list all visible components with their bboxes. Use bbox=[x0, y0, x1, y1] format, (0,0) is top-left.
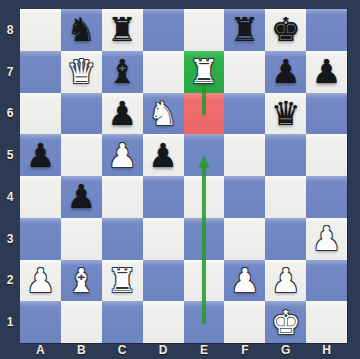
square-b1[interactable] bbox=[61, 301, 102, 343]
chess-board-panel: 87654321 ♞♜♜♚♛♝♜♟♟♟♞♛♟♟♟♟♟♟♝♜♟♟♚ ABCDEFG… bbox=[0, 0, 360, 359]
black-pawn-b4[interactable]: ♟ bbox=[61, 176, 102, 218]
file-label-e: E bbox=[184, 341, 225, 359]
rank-label-4: 4 bbox=[0, 176, 20, 218]
square-d3[interactable] bbox=[143, 218, 184, 260]
square-a3[interactable] bbox=[20, 218, 61, 260]
rank-label-1: 1 bbox=[0, 301, 20, 343]
black-pawn-c6[interactable]: ♟ bbox=[102, 93, 143, 135]
rank-label-6: 6 bbox=[0, 93, 20, 135]
file-label-g: G bbox=[265, 341, 306, 359]
file-label-a: A bbox=[20, 341, 61, 359]
black-pawn-h7[interactable]: ♟ bbox=[306, 51, 347, 93]
white-bishop-b2[interactable]: ♝ bbox=[61, 260, 102, 302]
square-d4[interactable] bbox=[143, 176, 184, 218]
file-label-b: B bbox=[61, 341, 102, 359]
black-queen-g6[interactable]: ♛ bbox=[265, 93, 306, 135]
square-d2[interactable] bbox=[143, 260, 184, 302]
square-h1[interactable] bbox=[306, 301, 347, 343]
square-h4[interactable] bbox=[306, 176, 347, 218]
square-d8[interactable] bbox=[143, 9, 184, 51]
square-h6[interactable] bbox=[306, 93, 347, 135]
white-pawn-h3[interactable]: ♟ bbox=[306, 218, 347, 260]
square-h8[interactable] bbox=[306, 9, 347, 51]
rank-labels: 87654321 bbox=[0, 9, 20, 343]
square-d1[interactable] bbox=[143, 301, 184, 343]
black-pawn-g7[interactable]: ♟ bbox=[265, 51, 306, 93]
square-a6[interactable] bbox=[20, 93, 61, 135]
white-queen-b7[interactable]: ♛ bbox=[61, 51, 102, 93]
square-g4[interactable] bbox=[265, 176, 306, 218]
file-label-f: F bbox=[224, 341, 265, 359]
black-king-g8[interactable]: ♚ bbox=[265, 9, 306, 51]
square-d7[interactable] bbox=[143, 51, 184, 93]
rank-label-3: 3 bbox=[0, 218, 20, 260]
rank-label-2: 2 bbox=[0, 260, 20, 302]
square-b6[interactable] bbox=[61, 93, 102, 135]
black-knight-b8[interactable]: ♞ bbox=[61, 9, 102, 51]
square-a1[interactable] bbox=[20, 301, 61, 343]
white-knight-d6[interactable]: ♞ bbox=[143, 93, 184, 135]
square-b5[interactable] bbox=[61, 134, 102, 176]
rank-label-5: 5 bbox=[0, 134, 20, 176]
square-f5[interactable] bbox=[224, 134, 265, 176]
square-e2[interactable] bbox=[184, 260, 225, 302]
square-c1[interactable] bbox=[102, 301, 143, 343]
square-f3[interactable] bbox=[224, 218, 265, 260]
square-e5[interactable] bbox=[184, 134, 225, 176]
white-rook-c2[interactable]: ♜ bbox=[102, 260, 143, 302]
black-rook-c8[interactable]: ♜ bbox=[102, 9, 143, 51]
square-a4[interactable] bbox=[20, 176, 61, 218]
white-king-g1[interactable]: ♚ bbox=[265, 301, 306, 343]
white-pawn-g2[interactable]: ♟ bbox=[265, 260, 306, 302]
square-c3[interactable] bbox=[102, 218, 143, 260]
square-b3[interactable] bbox=[61, 218, 102, 260]
file-labels: ABCDEFGH bbox=[20, 341, 347, 359]
file-label-d: D bbox=[143, 341, 184, 359]
file-label-h: H bbox=[306, 341, 347, 359]
file-label-c: C bbox=[102, 341, 143, 359]
square-a7[interactable] bbox=[20, 51, 61, 93]
square-h2[interactable] bbox=[306, 260, 347, 302]
rank-label-8: 8 bbox=[0, 9, 20, 51]
rank-label-7: 7 bbox=[0, 51, 20, 93]
square-f4[interactable] bbox=[224, 176, 265, 218]
black-pawn-a5[interactable]: ♟ bbox=[20, 134, 61, 176]
black-pawn-d5[interactable]: ♟ bbox=[143, 134, 184, 176]
square-e6-red-highlight[interactable] bbox=[184, 93, 225, 135]
square-f1[interactable] bbox=[224, 301, 265, 343]
black-bishop-c7[interactable]: ♝ bbox=[102, 51, 143, 93]
square-e4[interactable] bbox=[184, 176, 225, 218]
square-h5[interactable] bbox=[306, 134, 347, 176]
square-e8[interactable] bbox=[184, 9, 225, 51]
white-pawn-f2[interactable]: ♟ bbox=[224, 260, 265, 302]
square-g3[interactable] bbox=[265, 218, 306, 260]
square-c4[interactable] bbox=[102, 176, 143, 218]
black-rook-f8[interactable]: ♜ bbox=[224, 9, 265, 51]
white-pawn-c5[interactable]: ♟ bbox=[102, 134, 143, 176]
white-pawn-a2[interactable]: ♟ bbox=[20, 260, 61, 302]
square-f7[interactable] bbox=[224, 51, 265, 93]
square-e3[interactable] bbox=[184, 218, 225, 260]
square-f6[interactable] bbox=[224, 93, 265, 135]
white-rook-e7[interactable]: ♜ bbox=[184, 51, 225, 93]
square-g5[interactable] bbox=[265, 134, 306, 176]
square-a8[interactable] bbox=[20, 9, 61, 51]
square-e1[interactable] bbox=[184, 301, 225, 343]
